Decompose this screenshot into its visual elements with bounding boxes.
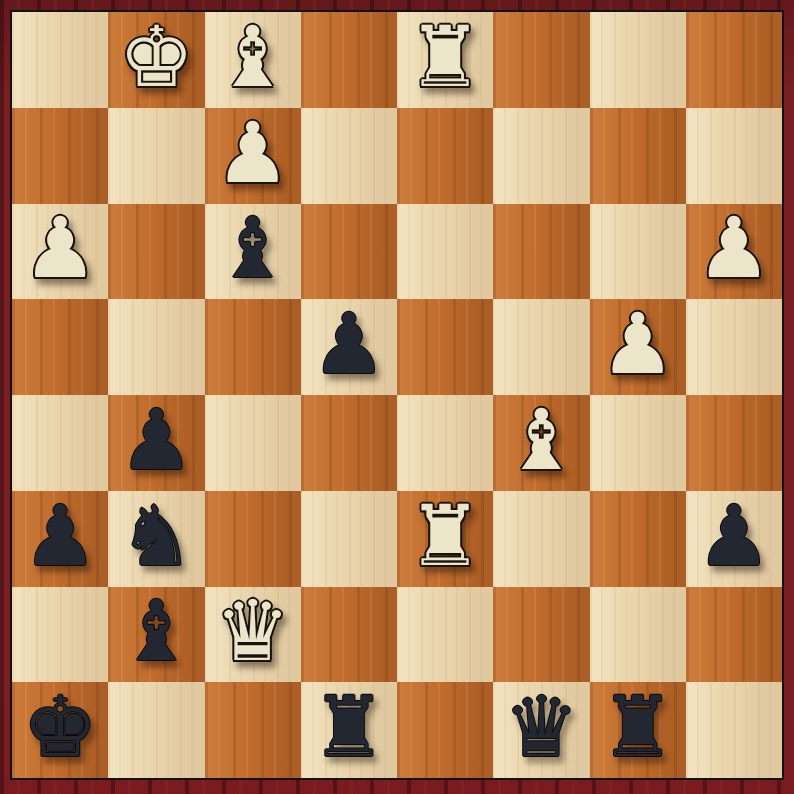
square-e7[interactable]: [397, 108, 493, 204]
square-e6[interactable]: [397, 204, 493, 300]
square-f7[interactable]: [493, 108, 589, 204]
square-a3[interactable]: ♟: [12, 491, 108, 587]
white-bishop[interactable]: ♝: [215, 12, 290, 105]
black-rook[interactable]: ♜: [311, 682, 386, 775]
square-f4[interactable]: ♝: [493, 395, 589, 491]
square-a4[interactable]: [12, 395, 108, 491]
black-rook[interactable]: ♜: [600, 682, 675, 775]
square-f5[interactable]: [493, 299, 589, 395]
square-e5[interactable]: [397, 299, 493, 395]
square-b5[interactable]: [108, 299, 204, 395]
square-f8[interactable]: [493, 12, 589, 108]
square-c1[interactable]: [205, 682, 301, 778]
chess-app: ♚♝♜♟♟♝♟♟♟♟♝♟♞♜♟♝♛♚♜♛♜: [0, 0, 794, 794]
square-h2[interactable]: [686, 587, 782, 683]
chess-board: ♚♝♜♟♟♝♟♟♟♟♝♟♞♜♟♝♛♚♜♛♜: [10, 10, 784, 780]
white-pawn[interactable]: ♟: [696, 204, 771, 297]
square-h8[interactable]: [686, 12, 782, 108]
square-h7[interactable]: [686, 108, 782, 204]
square-d1[interactable]: ♜: [301, 682, 397, 778]
square-f2[interactable]: [493, 587, 589, 683]
square-c3[interactable]: [205, 491, 301, 587]
square-d6[interactable]: [301, 204, 397, 300]
square-d3[interactable]: [301, 491, 397, 587]
white-pawn[interactable]: ♟: [600, 299, 675, 392]
square-h3[interactable]: ♟: [686, 491, 782, 587]
square-b8[interactable]: ♚: [108, 12, 204, 108]
black-pawn[interactable]: ♟: [311, 299, 386, 392]
square-d5[interactable]: ♟: [301, 299, 397, 395]
board-frame: ♚♝♜♟♟♝♟♟♟♟♝♟♞♜♟♝♛♚♜♛♜: [0, 0, 794, 794]
square-c2[interactable]: ♛: [205, 587, 301, 683]
square-a5[interactable]: [12, 299, 108, 395]
black-bishop[interactable]: ♝: [215, 204, 290, 297]
square-c7[interactable]: ♟: [205, 108, 301, 204]
black-pawn[interactable]: ♟: [119, 395, 194, 488]
square-h1[interactable]: [686, 682, 782, 778]
square-a1[interactable]: ♚: [12, 682, 108, 778]
square-b3[interactable]: ♞: [108, 491, 204, 587]
square-e8[interactable]: ♜: [397, 12, 493, 108]
white-rook[interactable]: ♜: [407, 12, 482, 105]
black-knight[interactable]: ♞: [119, 491, 194, 584]
square-g6[interactable]: [590, 204, 686, 300]
white-bishop[interactable]: ♝: [504, 395, 579, 488]
white-pawn[interactable]: ♟: [22, 204, 97, 297]
black-king[interactable]: ♚: [22, 682, 97, 775]
black-queen[interactable]: ♛: [504, 682, 579, 775]
square-g1[interactable]: ♜: [590, 682, 686, 778]
square-g3[interactable]: [590, 491, 686, 587]
square-e4[interactable]: [397, 395, 493, 491]
square-e1[interactable]: [397, 682, 493, 778]
square-g4[interactable]: [590, 395, 686, 491]
square-d2[interactable]: [301, 587, 397, 683]
square-c6[interactable]: ♝: [205, 204, 301, 300]
square-f3[interactable]: [493, 491, 589, 587]
white-king[interactable]: ♚: [119, 12, 194, 105]
white-pawn[interactable]: ♟: [215, 108, 290, 201]
square-a7[interactable]: [12, 108, 108, 204]
square-b7[interactable]: [108, 108, 204, 204]
square-c5[interactable]: [205, 299, 301, 395]
square-g8[interactable]: [590, 12, 686, 108]
square-b4[interactable]: ♟: [108, 395, 204, 491]
square-d4[interactable]: [301, 395, 397, 491]
square-a6[interactable]: ♟: [12, 204, 108, 300]
square-c4[interactable]: [205, 395, 301, 491]
square-f6[interactable]: [493, 204, 589, 300]
square-c8[interactable]: ♝: [205, 12, 301, 108]
black-pawn[interactable]: ♟: [22, 491, 97, 584]
square-g5[interactable]: ♟: [590, 299, 686, 395]
square-h5[interactable]: [686, 299, 782, 395]
square-h4[interactable]: [686, 395, 782, 491]
square-b6[interactable]: [108, 204, 204, 300]
square-h6[interactable]: ♟: [686, 204, 782, 300]
white-rook[interactable]: ♜: [407, 491, 482, 584]
white-queen[interactable]: ♛: [215, 587, 290, 680]
square-d7[interactable]: [301, 108, 397, 204]
black-pawn[interactable]: ♟: [696, 491, 771, 584]
square-a2[interactable]: [12, 587, 108, 683]
square-d8[interactable]: [301, 12, 397, 108]
square-f1[interactable]: ♛: [493, 682, 589, 778]
square-g7[interactable]: [590, 108, 686, 204]
square-a8[interactable]: [12, 12, 108, 108]
square-e2[interactable]: [397, 587, 493, 683]
black-bishop[interactable]: ♝: [119, 587, 194, 680]
square-b2[interactable]: ♝: [108, 587, 204, 683]
square-e3[interactable]: ♜: [397, 491, 493, 587]
square-b1[interactable]: [108, 682, 204, 778]
square-g2[interactable]: [590, 587, 686, 683]
